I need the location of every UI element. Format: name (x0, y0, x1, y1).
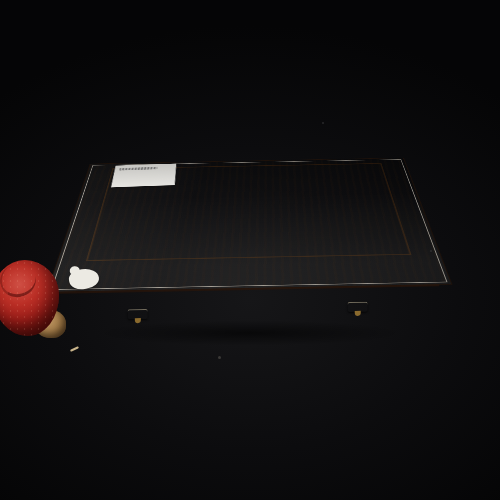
chess-board-lid (47, 158, 451, 292)
lot-tag-fine-print (119, 167, 157, 171)
brass-clasp-left (128, 309, 148, 319)
lot-number-tag (111, 163, 176, 187)
auction-photo (0, 0, 500, 500)
box-base-plinth (68, 299, 433, 339)
chess-box (42, 26, 452, 354)
dust-speck (218, 356, 221, 359)
brass-clasp-right (348, 302, 368, 312)
